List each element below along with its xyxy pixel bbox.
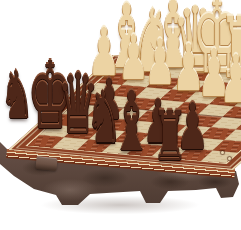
white-pawn: ♟ <box>218 46 241 112</box>
black-bishop: ♝ <box>108 81 153 164</box>
chess-set-product-photo[interactable]: ♟♝♟♞♟♝♟♛♟♚♟♜♞♚♛♟♞♝♟♜♟ <box>0 0 241 230</box>
pieces-layer: ♟♝♟♞♟♝♟♛♟♚♟♜♞♚♛♟♞♝♟♜♟ <box>0 0 241 230</box>
black-rook: ♜ <box>151 101 189 170</box>
